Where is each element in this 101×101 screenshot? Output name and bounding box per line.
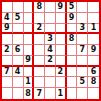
cell-r5c5[interactable]: 4: [45, 45, 56, 56]
cell-r5c7[interactable]: [67, 45, 78, 56]
cell-r9c8[interactable]: [77, 88, 88, 99]
cell-r3c4[interactable]: 2: [34, 24, 45, 35]
cell-r7c6[interactable]: 2: [56, 67, 67, 78]
cell-r6c3[interactable]: 9: [24, 56, 35, 67]
cell-r8c4[interactable]: [34, 77, 45, 88]
cell-r2c1[interactable]: 4: [2, 13, 13, 24]
cell-r3c3[interactable]: [24, 24, 35, 35]
cell-r1c3[interactable]: [24, 2, 35, 13]
cell-r8c5[interactable]: [45, 77, 56, 88]
cell-r7c5[interactable]: [45, 67, 56, 78]
cell-r4c3[interactable]: [24, 34, 35, 45]
sudoku-board: 89545992313826479927426158871: [0, 0, 101, 101]
cell-r6c7[interactable]: [67, 56, 78, 67]
cell-r4c4[interactable]: [34, 34, 45, 45]
cell-r5c6[interactable]: [56, 45, 67, 56]
cell-r8c6[interactable]: [56, 77, 67, 88]
cell-r4c8[interactable]: [77, 34, 88, 45]
cell-r7c3[interactable]: [24, 67, 35, 78]
cell-r5c1[interactable]: 2: [2, 45, 13, 56]
cell-r1c7[interactable]: 5: [67, 2, 78, 13]
cell-r1c1[interactable]: [2, 2, 13, 13]
cell-r8c8[interactable]: 5: [77, 77, 88, 88]
cell-r6c8[interactable]: [77, 56, 88, 67]
cell-r3c1[interactable]: 9: [2, 24, 13, 35]
cell-r6c4[interactable]: [34, 56, 45, 67]
cell-r9c6[interactable]: 1: [56, 88, 67, 99]
cell-r7c2[interactable]: 4: [13, 67, 24, 78]
cell-r3c2[interactable]: [13, 24, 24, 35]
cell-r8c2[interactable]: [13, 77, 24, 88]
cell-r6c6[interactable]: [56, 56, 67, 67]
cell-r3c8[interactable]: 3: [77, 24, 88, 35]
cell-r2c3[interactable]: [24, 13, 35, 24]
cell-r5c2[interactable]: 6: [13, 45, 24, 56]
cell-r8c9[interactable]: 8: [88, 77, 99, 88]
cell-r6c5[interactable]: 2: [45, 56, 56, 67]
cell-r4c9[interactable]: [88, 34, 99, 45]
cell-r4c2[interactable]: [13, 34, 24, 45]
cell-r8c1[interactable]: [2, 77, 13, 88]
cell-r1c5[interactable]: [45, 2, 56, 13]
cell-r1c2[interactable]: [13, 2, 24, 13]
cell-r6c9[interactable]: [88, 56, 99, 67]
cell-r5c9[interactable]: 9: [88, 45, 99, 56]
cell-r9c7[interactable]: [67, 88, 78, 99]
cell-r3c5[interactable]: [45, 24, 56, 35]
cell-r7c7[interactable]: [67, 67, 78, 78]
cell-r2c5[interactable]: [45, 13, 56, 24]
cell-r4c5[interactable]: 3: [45, 34, 56, 45]
cell-r2c7[interactable]: 9: [67, 13, 78, 24]
cell-r7c4[interactable]: [34, 67, 45, 78]
cell-r8c7[interactable]: [67, 77, 78, 88]
cell-r2c8[interactable]: [77, 13, 88, 24]
cell-r5c4[interactable]: [34, 45, 45, 56]
cell-r1c4[interactable]: 8: [34, 2, 45, 13]
cell-r4c7[interactable]: 8: [67, 34, 78, 45]
cell-r1c6[interactable]: 9: [56, 2, 67, 13]
cell-r4c1[interactable]: [2, 34, 13, 45]
cell-r2c9[interactable]: [88, 13, 99, 24]
cell-r1c8[interactable]: [77, 2, 88, 13]
cell-r9c4[interactable]: 7: [34, 88, 45, 99]
cell-r9c3[interactable]: 8: [24, 88, 35, 99]
cell-r2c2[interactable]: 5: [13, 13, 24, 24]
cell-r4c6[interactable]: [56, 34, 67, 45]
cell-r9c5[interactable]: [45, 88, 56, 99]
cell-r9c2[interactable]: [13, 88, 24, 99]
cell-r6c2[interactable]: [13, 56, 24, 67]
cell-r8c3[interactable]: 1: [24, 77, 35, 88]
cell-r3c6[interactable]: [56, 24, 67, 35]
cell-r7c9[interactable]: 6: [88, 67, 99, 78]
cell-r2c4[interactable]: [34, 13, 45, 24]
cell-r5c3[interactable]: [24, 45, 35, 56]
cell-r7c8[interactable]: [77, 67, 88, 78]
cell-r1c9[interactable]: [88, 2, 99, 13]
cell-r2c6[interactable]: [56, 13, 67, 24]
cell-r6c1[interactable]: [2, 56, 13, 67]
cell-r9c9[interactable]: [88, 88, 99, 99]
cell-r3c7[interactable]: [67, 24, 78, 35]
cell-r3c9[interactable]: 1: [88, 24, 99, 35]
cell-r9c1[interactable]: [2, 88, 13, 99]
cell-r5c8[interactable]: 7: [77, 45, 88, 56]
cell-r7c1[interactable]: 7: [2, 67, 13, 78]
